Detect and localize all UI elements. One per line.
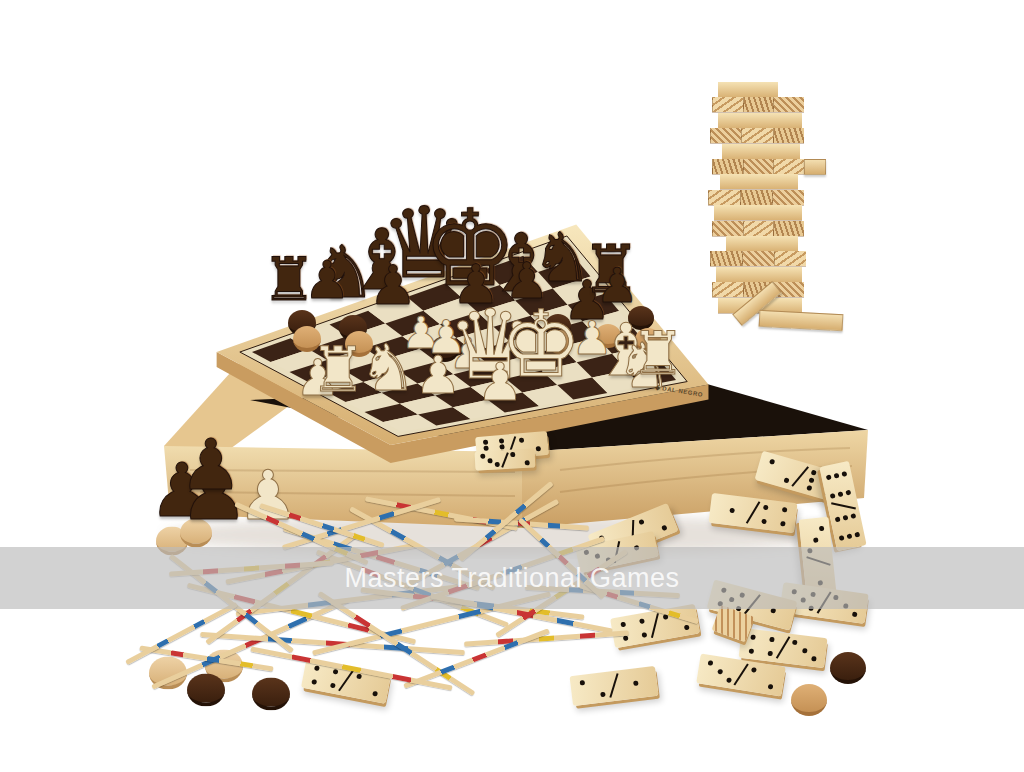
- domino-pip: [769, 459, 775, 465]
- product-photo-scene: ♜♞♟♝♟♛♚♟♝♟♞♟♜♟♟♜♞♟♟♟♟♛♚♟♟♝♞♜♟♟♟♟ ◆DAL NE…: [0, 0, 1024, 772]
- domino-half: [708, 493, 754, 528]
- jenga-block-end: [741, 128, 772, 143]
- domino-half: [739, 660, 786, 696]
- domino-pip: [499, 438, 504, 443]
- jenga-block-end: [712, 159, 743, 174]
- domino-pip: [852, 612, 858, 618]
- domino-pip: [782, 507, 788, 513]
- jenga-row: [718, 82, 778, 97]
- domino-half: [475, 450, 506, 471]
- domino-pip: [761, 518, 767, 524]
- domino-pip: [661, 524, 668, 531]
- chess-piece-dark-pawn: ♟: [180, 430, 243, 500]
- jenga-block-end: [743, 159, 774, 174]
- jenga-block-end: [743, 97, 774, 112]
- domino-pip: [580, 680, 586, 686]
- domino-pip: [813, 537, 818, 542]
- domino-half: [612, 666, 658, 701]
- domino-pip: [511, 452, 516, 457]
- domino-pip: [802, 648, 808, 654]
- domino-pip: [749, 648, 755, 654]
- checker-disc-light: [791, 684, 827, 716]
- domino-pip: [372, 690, 378, 696]
- jenga-block-end: [774, 251, 806, 266]
- chess-piece-white-rook: ♜: [310, 339, 366, 401]
- jenga-block-end: [712, 221, 743, 236]
- domino-pip: [480, 453, 485, 458]
- jenga-row: [710, 128, 804, 143]
- domino-tile-3-2: [475, 448, 536, 470]
- jenga-block-end: [712, 282, 743, 297]
- domino-pip: [495, 461, 500, 466]
- jenga-block-end: [712, 97, 743, 112]
- domino-pip: [519, 437, 524, 442]
- chess-piece-white-rook: ♜: [631, 323, 685, 383]
- jenga-row: [712, 221, 804, 236]
- domino-pip: [850, 513, 856, 519]
- domino-half: [696, 653, 743, 689]
- checker-disc-dark: [187, 674, 225, 707]
- watermark-text: Masters Traditional Games: [344, 563, 679, 594]
- domino-pip: [780, 521, 786, 527]
- chess-piece-dark-pawn: ♟: [595, 261, 638, 309]
- domino-pip: [769, 637, 775, 643]
- domino-pip: [768, 683, 774, 689]
- domino-pip: [835, 516, 841, 522]
- domino-pip: [524, 459, 529, 464]
- jenga-block-end: [708, 190, 740, 205]
- domino-pip: [708, 660, 714, 666]
- domino-pip: [483, 439, 488, 444]
- jenga-row: [710, 251, 806, 266]
- domino-pip: [311, 679, 317, 685]
- domino-pip: [638, 519, 645, 526]
- jenga-block-end: [772, 190, 804, 205]
- jenga-block-protruding: [804, 159, 826, 175]
- domino-pip: [729, 508, 735, 514]
- domino-pip: [639, 619, 645, 625]
- jenga-row: [718, 113, 802, 128]
- jenga-row: [720, 174, 798, 189]
- chess-piece-dark-pawn: ♟: [304, 254, 351, 306]
- chess-piece-white-pawn: ♟: [477, 356, 524, 408]
- domino-half: [781, 633, 827, 668]
- domino-pip: [633, 681, 639, 687]
- domino-pip: [487, 457, 492, 462]
- jenga-block-end: [710, 128, 741, 143]
- domino-pip: [684, 624, 690, 630]
- jenga-row: [708, 190, 804, 205]
- domino-pip: [834, 473, 840, 479]
- domino-pip: [333, 669, 339, 675]
- domino-pip: [839, 535, 845, 541]
- domino-pip: [726, 677, 732, 683]
- domino-pip: [845, 490, 851, 496]
- jenga-block-end: [743, 221, 774, 236]
- domino-pip: [751, 667, 757, 673]
- domino-pip: [838, 491, 844, 497]
- domino-pip: [841, 471, 847, 477]
- domino-half: [569, 671, 615, 706]
- jenga-block-end: [740, 190, 772, 205]
- domino-pip: [499, 444, 504, 449]
- domino-pip: [784, 477, 790, 483]
- domino-pip: [767, 650, 773, 656]
- jenga-row: [716, 267, 802, 282]
- jenga-row: [712, 97, 804, 112]
- domino-pip: [750, 635, 756, 641]
- jenga-row: [712, 159, 804, 174]
- jenga-row: [722, 144, 800, 159]
- checker-disc-dark: [252, 678, 290, 711]
- domino-pip: [826, 474, 832, 480]
- domino-pip: [330, 682, 336, 688]
- domino-pip: [536, 446, 541, 451]
- domino-pip: [663, 615, 669, 621]
- domino-pip: [314, 666, 320, 672]
- watermark-band: Masters Traditional Games: [0, 547, 1024, 609]
- domino-pip: [763, 505, 769, 511]
- dal-negro-logo-icon: ◆: [655, 384, 661, 391]
- domino-pip: [846, 533, 852, 539]
- jenga-block-end: [773, 97, 804, 112]
- jenga-block-end: [773, 128, 804, 143]
- domino-pip: [843, 515, 849, 521]
- domino-pip: [717, 669, 723, 675]
- domino-pip: [620, 622, 626, 628]
- jenga-row: [726, 236, 798, 251]
- jenga-block-end: [710, 251, 742, 266]
- jenga-block-end: [773, 159, 804, 174]
- domino-pip: [830, 493, 836, 499]
- domino-pip: [854, 532, 860, 538]
- domino-pip: [356, 674, 362, 680]
- jenga-block-end: [773, 221, 804, 236]
- jenga-row: [714, 205, 802, 220]
- domino-pip: [811, 470, 817, 476]
- domino-pip: [806, 485, 812, 491]
- checker-disc-dark: [830, 652, 866, 684]
- domino-pip: [600, 691, 606, 697]
- domino-pip: [792, 639, 798, 645]
- domino-pip: [811, 656, 817, 662]
- domino-pip: [641, 632, 647, 638]
- domino-half: [505, 448, 536, 469]
- domino-pip: [808, 477, 814, 483]
- jenga-block-end: [742, 251, 774, 266]
- domino-half: [751, 498, 797, 533]
- domino-pip: [819, 526, 824, 531]
- domino-pip: [623, 635, 629, 641]
